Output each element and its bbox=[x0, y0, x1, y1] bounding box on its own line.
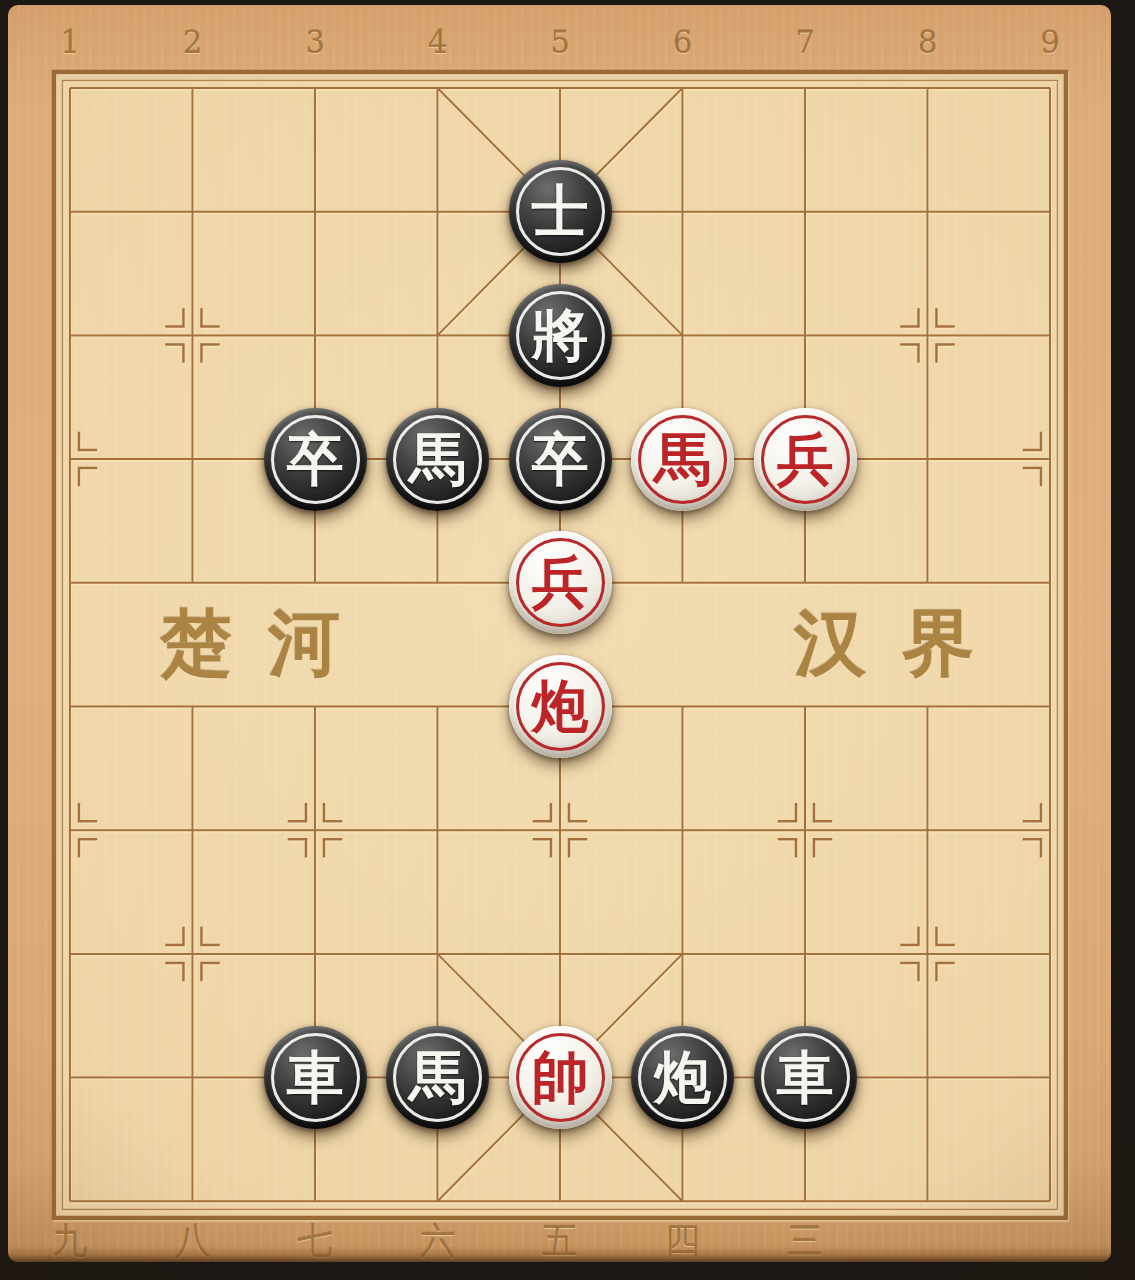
piece-black-horse[interactable]: 馬 bbox=[386, 408, 489, 511]
piece-glyph: 卒 bbox=[287, 431, 344, 488]
piece-glyph: 兵 bbox=[532, 554, 589, 611]
piece-red-horse[interactable]: 馬 bbox=[631, 408, 734, 511]
piece-glyph: 馬 bbox=[409, 1049, 466, 1106]
piece-glyph: 炮 bbox=[654, 1049, 711, 1106]
piece-red-cannon[interactable]: 炮 bbox=[509, 655, 612, 758]
piece-black-advisor[interactable]: 士 bbox=[509, 160, 612, 263]
piece-black-cannon[interactable]: 炮 bbox=[631, 1026, 734, 1129]
piece-red-soldier[interactable]: 兵 bbox=[754, 408, 857, 511]
piece-glyph: 車 bbox=[777, 1049, 834, 1106]
piece-black-soldier[interactable]: 卒 bbox=[264, 408, 367, 511]
piece-black-horse[interactable]: 馬 bbox=[386, 1026, 489, 1129]
piece-black-chariot[interactable]: 車 bbox=[264, 1026, 367, 1129]
piece-glyph: 士 bbox=[532, 183, 589, 240]
board-bottom-bevel bbox=[8, 1246, 1111, 1262]
piece-black-general[interactable]: 將 bbox=[509, 284, 612, 387]
piece-glyph: 炮 bbox=[532, 678, 589, 735]
piece-red-general[interactable]: 帥 bbox=[509, 1026, 612, 1129]
piece-black-chariot[interactable]: 車 bbox=[754, 1026, 857, 1129]
piece-black-soldier[interactable]: 卒 bbox=[509, 408, 612, 511]
pieces-layer: 士將卒馬卒馬兵兵炮車馬帥炮車 bbox=[9, 26, 1112, 1263]
piece-glyph: 將 bbox=[532, 307, 589, 364]
piece-glyph: 馬 bbox=[409, 431, 466, 488]
piece-glyph: 馬 bbox=[654, 431, 711, 488]
piece-glyph: 卒 bbox=[532, 431, 589, 488]
xiangqi-board-photo: 123456789 九八七六五四三 楚河 汉界 士將卒馬卒馬兵兵炮車馬帥炮車 bbox=[0, 0, 1135, 1280]
piece-red-soldier[interactable]: 兵 bbox=[509, 531, 612, 634]
piece-glyph: 車 bbox=[287, 1049, 344, 1106]
piece-glyph: 兵 bbox=[777, 431, 834, 488]
piece-glyph: 帥 bbox=[532, 1049, 589, 1106]
